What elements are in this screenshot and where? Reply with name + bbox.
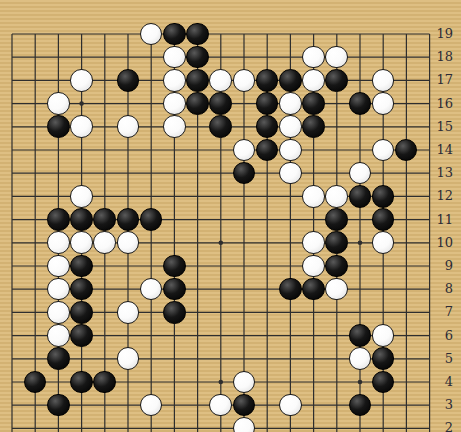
white-stone[interactable] <box>117 231 140 254</box>
white-stone[interactable] <box>70 115 93 138</box>
row-label-4: 4 <box>433 374 456 390</box>
black-stone[interactable] <box>186 23 209 46</box>
black-stone[interactable] <box>279 278 302 301</box>
black-stone[interactable] <box>302 278 325 301</box>
black-stone[interactable] <box>372 185 395 208</box>
black-stone[interactable] <box>163 255 186 278</box>
row-label-9: 9 <box>433 258 456 274</box>
black-stone[interactable] <box>93 208 116 231</box>
white-stone[interactable] <box>302 69 325 92</box>
black-stone[interactable] <box>349 394 372 417</box>
white-stone[interactable] <box>233 371 256 394</box>
white-stone[interactable] <box>47 255 70 278</box>
go-board-screenshot: 1918171615141312111098765432 <box>0 0 461 432</box>
white-stone[interactable] <box>372 69 395 92</box>
white-stone[interactable] <box>325 278 348 301</box>
row-label-7: 7 <box>433 304 456 320</box>
black-stone[interactable] <box>209 92 232 115</box>
black-stone[interactable] <box>186 69 209 92</box>
black-stone[interactable] <box>325 208 348 231</box>
black-stone[interactable] <box>117 69 140 92</box>
white-stone[interactable] <box>117 115 140 138</box>
white-stone[interactable] <box>372 231 395 254</box>
black-stone[interactable] <box>117 208 140 231</box>
white-stone[interactable] <box>70 231 93 254</box>
white-stone[interactable] <box>47 324 70 347</box>
white-stone[interactable] <box>325 185 348 208</box>
black-stone[interactable] <box>325 255 348 278</box>
white-stone[interactable] <box>117 301 140 324</box>
black-stone[interactable] <box>47 115 70 138</box>
black-stone[interactable] <box>325 69 348 92</box>
black-stone[interactable] <box>47 394 70 417</box>
black-stone[interactable] <box>70 301 93 324</box>
go-board[interactable] <box>0 22 441 432</box>
black-stone[interactable] <box>70 371 93 394</box>
black-stone[interactable] <box>163 278 186 301</box>
black-stone[interactable] <box>209 115 232 138</box>
white-stone[interactable] <box>163 46 186 69</box>
row-label-6: 6 <box>433 328 456 344</box>
black-stone[interactable] <box>70 255 93 278</box>
row-label-5: 5 <box>433 351 456 367</box>
white-stone[interactable] <box>140 23 163 46</box>
black-stone[interactable] <box>233 394 256 417</box>
black-stone[interactable] <box>47 208 70 231</box>
black-stone[interactable] <box>256 115 279 138</box>
white-stone[interactable] <box>47 231 70 254</box>
white-stone[interactable] <box>47 301 70 324</box>
black-stone[interactable] <box>302 92 325 115</box>
white-stone[interactable] <box>302 255 325 278</box>
black-stone[interactable] <box>140 208 163 231</box>
black-stone[interactable] <box>395 139 418 162</box>
white-stone[interactable] <box>372 139 395 162</box>
row-label-19: 19 <box>433 26 456 42</box>
white-stone[interactable] <box>117 347 140 370</box>
white-stone[interactable] <box>163 69 186 92</box>
black-stone[interactable] <box>349 324 372 347</box>
black-stone[interactable] <box>372 208 395 231</box>
white-stone[interactable] <box>233 69 256 92</box>
white-stone[interactable] <box>70 69 93 92</box>
black-stone[interactable] <box>93 371 116 394</box>
black-stone[interactable] <box>256 92 279 115</box>
black-stone[interactable] <box>372 371 395 394</box>
white-stone[interactable] <box>349 162 372 185</box>
row-label-3: 3 <box>433 397 456 413</box>
white-stone[interactable] <box>325 46 348 69</box>
row-label-17: 17 <box>433 72 456 88</box>
row-label-14: 14 <box>433 142 456 158</box>
white-stone[interactable] <box>349 347 372 370</box>
black-stone[interactable] <box>163 23 186 46</box>
white-stone[interactable] <box>47 278 70 301</box>
black-stone[interactable] <box>233 162 256 185</box>
black-stone[interactable] <box>186 46 209 69</box>
row-label-13: 13 <box>433 165 456 181</box>
black-stone[interactable] <box>302 115 325 138</box>
white-stone[interactable] <box>302 46 325 69</box>
white-stone[interactable] <box>302 185 325 208</box>
black-stone[interactable] <box>47 347 70 370</box>
black-stone[interactable] <box>24 371 47 394</box>
black-stone[interactable] <box>325 231 348 254</box>
row-label-15: 15 <box>433 119 456 135</box>
white-stone[interactable] <box>163 115 186 138</box>
black-stone[interactable] <box>279 69 302 92</box>
white-stone[interactable] <box>279 394 302 417</box>
white-stone[interactable] <box>302 231 325 254</box>
white-stone[interactable] <box>70 185 93 208</box>
row-label-12: 12 <box>433 188 456 204</box>
white-stone[interactable] <box>140 394 163 417</box>
row-label-2: 2 <box>433 420 456 432</box>
white-stone[interactable] <box>233 417 256 432</box>
white-stone[interactable] <box>163 92 186 115</box>
white-stone[interactable] <box>93 231 116 254</box>
white-stone[interactable] <box>279 162 302 185</box>
black-stone[interactable] <box>70 324 93 347</box>
row-label-16: 16 <box>433 96 456 112</box>
white-stone[interactable] <box>233 139 256 162</box>
black-stone[interactable] <box>349 185 372 208</box>
white-stone[interactable] <box>279 92 302 115</box>
row-label-10: 10 <box>433 235 456 251</box>
black-stone[interactable] <box>70 278 93 301</box>
row-label-8: 8 <box>433 281 456 297</box>
row-label-18: 18 <box>433 49 456 65</box>
black-stone[interactable] <box>256 139 279 162</box>
black-stone[interactable] <box>349 92 372 115</box>
black-stone[interactable] <box>372 347 395 370</box>
white-stone[interactable] <box>209 69 232 92</box>
black-stone[interactable] <box>256 69 279 92</box>
white-stone[interactable] <box>279 139 302 162</box>
white-stone[interactable] <box>140 278 163 301</box>
white-stone[interactable] <box>279 115 302 138</box>
black-stone[interactable] <box>186 92 209 115</box>
black-stone[interactable] <box>163 301 186 324</box>
row-label-11: 11 <box>433 212 456 228</box>
white-stone[interactable] <box>372 324 395 347</box>
black-stone[interactable] <box>70 208 93 231</box>
white-stone[interactable] <box>209 394 232 417</box>
white-stone[interactable] <box>372 92 395 115</box>
white-stone[interactable] <box>47 92 70 115</box>
